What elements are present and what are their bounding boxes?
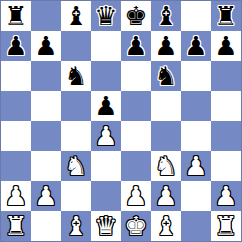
square-e1[interactable]: ♚ bbox=[121, 211, 151, 241]
square-a7[interactable]: ♟ bbox=[1, 31, 31, 61]
white-knight-icon: ♞ bbox=[64, 151, 87, 181]
square-g4[interactable] bbox=[181, 121, 211, 151]
square-f4[interactable] bbox=[151, 121, 181, 151]
black-bishop-icon: ♝ bbox=[154, 1, 177, 31]
square-g8[interactable] bbox=[181, 1, 211, 31]
square-h4[interactable] bbox=[211, 121, 241, 151]
white-pawn-icon: ♟ bbox=[94, 121, 117, 151]
square-b1[interactable] bbox=[31, 211, 61, 241]
square-e3[interactable] bbox=[121, 151, 151, 181]
white-pawn-icon: ♟ bbox=[124, 181, 147, 211]
black-king-icon: ♚ bbox=[124, 1, 147, 31]
square-c2[interactable] bbox=[61, 181, 91, 211]
square-h3[interactable] bbox=[211, 151, 241, 181]
square-d6[interactable] bbox=[91, 61, 121, 91]
square-g1[interactable] bbox=[181, 211, 211, 241]
square-g2[interactable] bbox=[181, 181, 211, 211]
square-f1[interactable]: ♝ bbox=[151, 211, 181, 241]
square-g7[interactable]: ♟ bbox=[181, 31, 211, 61]
square-b8[interactable] bbox=[31, 1, 61, 31]
square-f2[interactable]: ♟ bbox=[151, 181, 181, 211]
square-a5[interactable] bbox=[1, 91, 31, 121]
square-f5[interactable] bbox=[151, 91, 181, 121]
black-pawn-icon: ♟ bbox=[214, 31, 237, 61]
black-knight-icon: ♞ bbox=[154, 61, 177, 91]
square-e4[interactable] bbox=[121, 121, 151, 151]
square-e7[interactable]: ♟ bbox=[121, 31, 151, 61]
square-d7[interactable] bbox=[91, 31, 121, 61]
black-pawn-icon: ♟ bbox=[154, 31, 177, 61]
square-b3[interactable] bbox=[31, 151, 61, 181]
square-h5[interactable] bbox=[211, 91, 241, 121]
square-b4[interactable] bbox=[31, 121, 61, 151]
square-c5[interactable] bbox=[61, 91, 91, 121]
square-e2[interactable]: ♟ bbox=[121, 181, 151, 211]
white-rook-icon: ♜ bbox=[214, 211, 237, 241]
square-a6[interactable] bbox=[1, 61, 31, 91]
square-c8[interactable]: ♝ bbox=[61, 1, 91, 31]
black-pawn-icon: ♟ bbox=[124, 31, 147, 61]
square-e6[interactable] bbox=[121, 61, 151, 91]
square-c3[interactable]: ♞ bbox=[61, 151, 91, 181]
square-b6[interactable] bbox=[31, 61, 61, 91]
square-f8[interactable]: ♝ bbox=[151, 1, 181, 31]
white-king-icon: ♚ bbox=[124, 211, 147, 241]
white-pawn-icon: ♟ bbox=[34, 181, 57, 211]
white-pawn-icon: ♟ bbox=[184, 151, 207, 181]
square-g3[interactable]: ♟ bbox=[181, 151, 211, 181]
white-knight-icon: ♞ bbox=[154, 151, 177, 181]
square-b5[interactable] bbox=[31, 91, 61, 121]
square-b2[interactable]: ♟ bbox=[31, 181, 61, 211]
square-c7[interactable] bbox=[61, 31, 91, 61]
square-a3[interactable] bbox=[1, 151, 31, 181]
black-rook-icon: ♜ bbox=[4, 1, 27, 31]
square-g6[interactable] bbox=[181, 61, 211, 91]
square-c6[interactable]: ♞ bbox=[61, 61, 91, 91]
square-h1[interactable]: ♜ bbox=[211, 211, 241, 241]
square-h7[interactable]: ♟ bbox=[211, 31, 241, 61]
square-d1[interactable]: ♛ bbox=[91, 211, 121, 241]
black-pawn-icon: ♟ bbox=[4, 31, 27, 61]
square-e8[interactable]: ♚ bbox=[121, 1, 151, 31]
square-d5[interactable]: ♟ bbox=[91, 91, 121, 121]
square-g5[interactable] bbox=[181, 91, 211, 121]
square-d2[interactable] bbox=[91, 181, 121, 211]
square-a8[interactable]: ♜ bbox=[1, 1, 31, 31]
white-bishop-icon: ♝ bbox=[64, 211, 87, 241]
square-b7[interactable]: ♟ bbox=[31, 31, 61, 61]
white-bishop-icon: ♝ bbox=[154, 211, 177, 241]
white-pawn-icon: ♟ bbox=[4, 181, 27, 211]
square-f7[interactable]: ♟ bbox=[151, 31, 181, 61]
square-f3[interactable]: ♞ bbox=[151, 151, 181, 181]
white-pawn-icon: ♟ bbox=[214, 181, 237, 211]
black-pawn-icon: ♟ bbox=[184, 31, 207, 61]
square-h8[interactable]: ♜ bbox=[211, 1, 241, 31]
square-h2[interactable]: ♟ bbox=[211, 181, 241, 211]
black-pawn-icon: ♟ bbox=[34, 31, 57, 61]
black-queen-icon: ♛ bbox=[94, 1, 117, 31]
square-a2[interactable]: ♟ bbox=[1, 181, 31, 211]
square-h6[interactable] bbox=[211, 61, 241, 91]
white-rook-icon: ♜ bbox=[4, 211, 27, 241]
white-pawn-icon: ♟ bbox=[154, 181, 177, 211]
square-c4[interactable] bbox=[61, 121, 91, 151]
black-bishop-icon: ♝ bbox=[64, 1, 87, 31]
square-a1[interactable]: ♜ bbox=[1, 211, 31, 241]
square-f6[interactable]: ♞ bbox=[151, 61, 181, 91]
square-d3[interactable] bbox=[91, 151, 121, 181]
black-pawn-icon: ♟ bbox=[94, 91, 117, 121]
black-knight-icon: ♞ bbox=[64, 61, 87, 91]
square-a4[interactable] bbox=[1, 121, 31, 151]
square-d8[interactable]: ♛ bbox=[91, 1, 121, 31]
black-rook-icon: ♜ bbox=[214, 1, 237, 31]
square-d4[interactable]: ♟ bbox=[91, 121, 121, 151]
chess-board: ♜♝♛♚♝♜♟♟♟♟♟♟♞♞♟♟♞♞♟♟♟♟♟♟♜♝♛♚♝♜ bbox=[0, 0, 242, 242]
white-queen-icon: ♛ bbox=[94, 211, 117, 241]
square-e5[interactable] bbox=[121, 91, 151, 121]
square-c1[interactable]: ♝ bbox=[61, 211, 91, 241]
